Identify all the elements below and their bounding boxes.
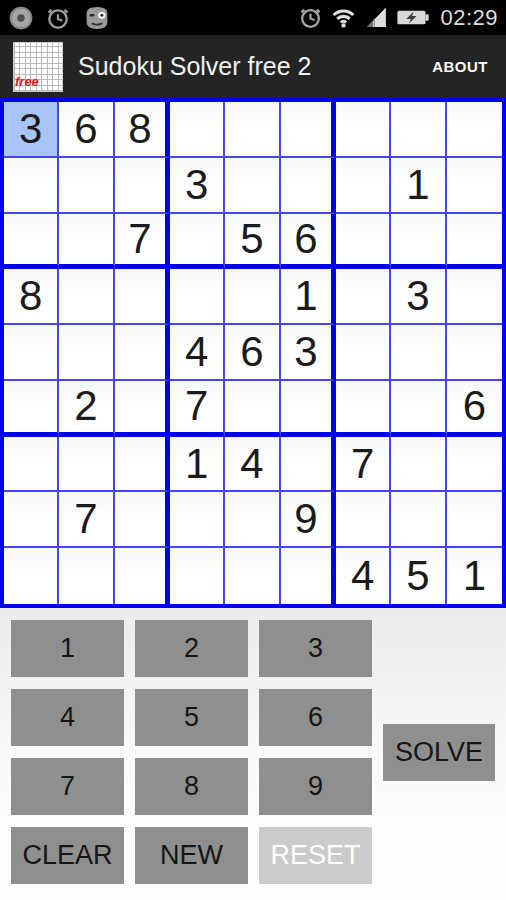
cell-r4c9[interactable] <box>447 269 502 325</box>
cell-r5c1[interactable] <box>4 325 59 381</box>
keypad-button-9[interactable]: 9 <box>259 758 372 815</box>
cell-r9c8[interactable]: 5 <box>391 548 446 604</box>
cell-r7c1[interactable] <box>4 437 59 493</box>
keypad-button-4[interactable]: 4 <box>11 689 124 746</box>
cell-r7c6[interactable] <box>281 437 336 493</box>
action-bar: free Sudoku Solver free 2 ABOUT <box>0 35 506 98</box>
cell-r9c1[interactable] <box>4 548 59 604</box>
cell-r1c6[interactable] <box>281 102 336 158</box>
cell-r2c2[interactable] <box>59 158 114 214</box>
alarm-clock-icon <box>45 5 71 31</box>
cell-r5c2[interactable] <box>59 325 114 381</box>
app-icon-free-label: free <box>15 75 39 88</box>
cell-r6c8[interactable] <box>391 381 446 437</box>
sudoku-board: 3683175681346327614779451 <box>0 98 506 608</box>
cell-r5c6[interactable]: 3 <box>281 325 336 381</box>
cell-r5c7[interactable] <box>336 325 391 381</box>
cell-r8c9[interactable] <box>447 492 502 548</box>
cell-r3c4[interactable] <box>170 214 225 270</box>
cell-r2c8[interactable]: 1 <box>391 158 446 214</box>
cell-r3c5[interactable]: 5 <box>225 214 280 270</box>
cell-r3c1[interactable] <box>4 214 59 270</box>
cell-r2c1[interactable] <box>4 158 59 214</box>
cell-r4c8[interactable]: 3 <box>391 269 446 325</box>
about-button[interactable]: ABOUT <box>428 48 492 85</box>
cell-r6c2[interactable]: 2 <box>59 381 114 437</box>
keypad-button-8[interactable]: 8 <box>135 758 248 815</box>
status-bar-left <box>8 5 112 31</box>
cell-r4c4[interactable] <box>170 269 225 325</box>
cell-r5c5[interactable]: 6 <box>225 325 280 381</box>
cell-r2c3[interactable] <box>115 158 170 214</box>
cell-r4c2[interactable] <box>59 269 114 325</box>
cell-r2c7[interactable] <box>336 158 391 214</box>
cyanogenmod-mascot-icon <box>82 5 112 31</box>
cell-r8c1[interactable] <box>4 492 59 548</box>
cell-r1c2[interactable]: 6 <box>59 102 114 158</box>
battery-charging-icon <box>396 5 430 30</box>
cell-r6c3[interactable] <box>115 381 170 437</box>
cell-r1c7[interactable] <box>336 102 391 158</box>
cell-r6c9[interactable]: 6 <box>447 381 502 437</box>
keypad-button-1[interactable]: 1 <box>11 620 124 677</box>
app-screen: 02:29 free Sudoku Solver free 2 ABOUT 36… <box>0 0 506 900</box>
cell-r9c7[interactable]: 4 <box>336 548 391 604</box>
cell-r6c5[interactable] <box>225 381 280 437</box>
cell-r3c9[interactable] <box>447 214 502 270</box>
cell-r8c7[interactable] <box>336 492 391 548</box>
cell-r8c5[interactable] <box>225 492 280 548</box>
cell-r8c6[interactable]: 9 <box>281 492 336 548</box>
cell-r1c5[interactable] <box>225 102 280 158</box>
alarm-clock-icon <box>298 5 323 30</box>
cell-r5c9[interactable] <box>447 325 502 381</box>
new-button[interactable]: NEW <box>135 827 248 884</box>
cell-r6c1[interactable] <box>4 381 59 437</box>
cell-r1c4[interactable] <box>170 102 225 158</box>
cell-r3c8[interactable] <box>391 214 446 270</box>
cell-r4c1[interactable]: 8 <box>4 269 59 325</box>
cell-r7c7[interactable]: 7 <box>336 437 391 493</box>
cell-r8c2[interactable]: 7 <box>59 492 114 548</box>
keypad-button-3[interactable]: 3 <box>259 620 372 677</box>
cell-r9c5[interactable] <box>225 548 280 604</box>
reset-button[interactable]: RESET <box>259 827 372 884</box>
cell-r1c1[interactable]: 3 <box>4 102 59 158</box>
status-time: 02:29 <box>437 5 498 31</box>
cell-r7c2[interactable] <box>59 437 114 493</box>
cell-r4c5[interactable] <box>225 269 280 325</box>
cell-r2c5[interactable] <box>225 158 280 214</box>
cell-r3c6[interactable]: 6 <box>281 214 336 270</box>
cell-r6c6[interactable] <box>281 381 336 437</box>
cell-r7c3[interactable] <box>115 437 170 493</box>
solve-button[interactable]: SOLVE <box>383 724 495 781</box>
cell-r7c8[interactable] <box>391 437 446 493</box>
controls-panel: 1 2 3 4 5 6 7 8 9 CLEAR NEW RESET SOLVE <box>0 608 506 900</box>
keypad-button-7[interactable]: 7 <box>11 758 124 815</box>
page-title: Sudoku Solver free 2 <box>78 52 311 81</box>
cell-r6c7[interactable] <box>336 381 391 437</box>
app-icon: free <box>13 42 63 92</box>
cell-r7c9[interactable] <box>447 437 502 493</box>
cell-r5c4[interactable]: 4 <box>170 325 225 381</box>
cell-r3c7[interactable] <box>336 214 391 270</box>
cell-r4c6[interactable]: 1 <box>281 269 336 325</box>
cell-r7c4[interactable]: 1 <box>170 437 225 493</box>
keypad-button-5[interactable]: 5 <box>135 689 248 746</box>
status-bar: 02:29 <box>0 0 506 35</box>
cell-r6c4[interactable]: 7 <box>170 381 225 437</box>
cell-r1c9[interactable] <box>447 102 502 158</box>
wifi-icon <box>330 5 357 30</box>
cell-r8c4[interactable] <box>170 492 225 548</box>
cell-r9c2[interactable] <box>59 548 114 604</box>
status-bar-right: 02:29 <box>298 5 498 31</box>
volume-icon <box>8 5 34 31</box>
cell-r2c9[interactable] <box>447 158 502 214</box>
cell-r8c3[interactable] <box>115 492 170 548</box>
cell-r5c8[interactable] <box>391 325 446 381</box>
cell-r1c3[interactable]: 8 <box>115 102 170 158</box>
cell-r9c6[interactable] <box>281 548 336 604</box>
cell-r9c9[interactable]: 1 <box>447 548 502 604</box>
cell-r4c7[interactable] <box>336 269 391 325</box>
cell-r7c5[interactable]: 4 <box>225 437 280 493</box>
cell-r3c2[interactable] <box>59 214 114 270</box>
signal-icon <box>364 5 389 30</box>
cell-r1c8[interactable] <box>391 102 446 158</box>
clear-button[interactable]: CLEAR <box>11 827 124 884</box>
cell-r9c4[interactable] <box>170 548 225 604</box>
cell-r9c3[interactable] <box>115 548 170 604</box>
cell-r3c3[interactable]: 7 <box>115 214 170 270</box>
cell-r2c6[interactable] <box>281 158 336 214</box>
cell-r4c3[interactable] <box>115 269 170 325</box>
cell-r2c4[interactable]: 3 <box>170 158 225 214</box>
cell-r8c8[interactable] <box>391 492 446 548</box>
keypad-button-6[interactable]: 6 <box>259 689 372 746</box>
keypad-button-2[interactable]: 2 <box>135 620 248 677</box>
cell-r5c3[interactable] <box>115 325 170 381</box>
